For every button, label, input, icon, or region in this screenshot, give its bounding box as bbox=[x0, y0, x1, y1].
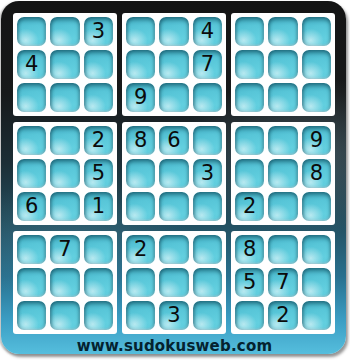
box-r2c1: 2561 bbox=[13, 122, 117, 225]
box-r2c3: 982 bbox=[231, 122, 335, 225]
cell-r9c3[interactable] bbox=[84, 301, 113, 330]
cell-r6c1[interactable]: 6 bbox=[17, 192, 46, 221]
cell-r2c8[interactable] bbox=[268, 50, 297, 79]
cell-r7c7[interactable]: 8 bbox=[235, 235, 264, 264]
cell-r2c1[interactable]: 4 bbox=[17, 50, 46, 79]
box-r2c2: 863 bbox=[122, 122, 226, 225]
cell-r6c4[interactable] bbox=[126, 192, 155, 221]
cell-r6c2[interactable] bbox=[50, 192, 79, 221]
cell-r3c1[interactable] bbox=[17, 83, 46, 112]
cell-r4c1[interactable] bbox=[17, 126, 46, 155]
cell-r9c9[interactable] bbox=[302, 301, 331, 330]
cell-r8c1[interactable] bbox=[17, 268, 46, 297]
cell-r1c3[interactable]: 3 bbox=[84, 17, 113, 46]
cell-r1c9[interactable] bbox=[302, 17, 331, 46]
cell-r5c6[interactable]: 3 bbox=[193, 159, 222, 188]
cell-r3c7[interactable] bbox=[235, 83, 264, 112]
cell-r4c3[interactable]: 2 bbox=[84, 126, 113, 155]
cell-r1c2[interactable] bbox=[50, 17, 79, 46]
cell-r8c7[interactable]: 5 bbox=[235, 268, 264, 297]
cell-r4c5[interactable]: 6 bbox=[159, 126, 188, 155]
cell-r8c2[interactable] bbox=[50, 268, 79, 297]
cell-r3c3[interactable] bbox=[84, 83, 113, 112]
cell-r8c5[interactable] bbox=[159, 268, 188, 297]
cell-r9c6[interactable] bbox=[193, 301, 222, 330]
cell-r7c9[interactable] bbox=[302, 235, 331, 264]
cell-r8c9[interactable] bbox=[302, 268, 331, 297]
box-r3c2: 23 bbox=[122, 231, 226, 334]
cell-r2c4[interactable] bbox=[126, 50, 155, 79]
cell-r7c2[interactable]: 7 bbox=[50, 235, 79, 264]
cell-r6c6[interactable] bbox=[193, 192, 222, 221]
cell-r5c3[interactable]: 5 bbox=[84, 159, 113, 188]
cell-r7c5[interactable] bbox=[159, 235, 188, 264]
cell-r8c8[interactable]: 7 bbox=[268, 268, 297, 297]
cell-r6c5[interactable] bbox=[159, 192, 188, 221]
cell-r3c4[interactable]: 9 bbox=[126, 83, 155, 112]
cell-r2c3[interactable] bbox=[84, 50, 113, 79]
cell-r4c7[interactable] bbox=[235, 126, 264, 155]
cell-r2c6[interactable]: 7 bbox=[193, 50, 222, 79]
cell-r5c4[interactable] bbox=[126, 159, 155, 188]
cell-r1c4[interactable] bbox=[126, 17, 155, 46]
cell-r2c9[interactable] bbox=[302, 50, 331, 79]
cell-r7c3[interactable] bbox=[84, 235, 113, 264]
cell-r2c2[interactable] bbox=[50, 50, 79, 79]
cell-r7c6[interactable] bbox=[193, 235, 222, 264]
cell-r3c6[interactable] bbox=[193, 83, 222, 112]
box-r3c3: 8572 bbox=[231, 231, 335, 334]
cell-r7c8[interactable] bbox=[268, 235, 297, 264]
cell-r5c7[interactable] bbox=[235, 159, 264, 188]
site-url[interactable]: www.sudokusweb.com bbox=[1, 337, 348, 355]
cell-r4c2[interactable] bbox=[50, 126, 79, 155]
cell-r5c9[interactable]: 8 bbox=[302, 159, 331, 188]
cell-r3c5[interactable] bbox=[159, 83, 188, 112]
board: 3447925618639827238572 bbox=[13, 13, 335, 334]
cell-r9c5[interactable]: 3 bbox=[159, 301, 188, 330]
cell-r6c9[interactable] bbox=[302, 192, 331, 221]
cell-r3c8[interactable] bbox=[268, 83, 297, 112]
cell-r4c9[interactable]: 9 bbox=[302, 126, 331, 155]
sudoku-app: 3447925618639827238572 www.sudokusweb.co… bbox=[0, 0, 350, 360]
cell-r6c3[interactable]: 1 bbox=[84, 192, 113, 221]
cell-r5c2[interactable] bbox=[50, 159, 79, 188]
cell-r1c5[interactable] bbox=[159, 17, 188, 46]
cell-r6c8[interactable] bbox=[268, 192, 297, 221]
cell-r8c6[interactable] bbox=[193, 268, 222, 297]
cell-r3c9[interactable] bbox=[302, 83, 331, 112]
cell-r1c1[interactable] bbox=[17, 17, 46, 46]
board-frame: 3447925618639827238572 www.sudokusweb.co… bbox=[1, 1, 346, 354]
cell-r4c4[interactable]: 8 bbox=[126, 126, 155, 155]
cell-r1c7[interactable] bbox=[235, 17, 264, 46]
box-r1c2: 479 bbox=[122, 13, 226, 116]
cell-r5c8[interactable] bbox=[268, 159, 297, 188]
cell-r9c4[interactable] bbox=[126, 301, 155, 330]
cell-r7c1[interactable] bbox=[17, 235, 46, 264]
cell-r4c8[interactable] bbox=[268, 126, 297, 155]
box-r1c1: 34 bbox=[13, 13, 117, 116]
box-r1c3 bbox=[231, 13, 335, 116]
cell-r4c6[interactable] bbox=[193, 126, 222, 155]
cell-r9c1[interactable] bbox=[17, 301, 46, 330]
cell-r6c7[interactable]: 2 bbox=[235, 192, 264, 221]
cell-r8c3[interactable] bbox=[84, 268, 113, 297]
cell-r2c5[interactable] bbox=[159, 50, 188, 79]
cell-r5c1[interactable] bbox=[17, 159, 46, 188]
cell-r9c2[interactable] bbox=[50, 301, 79, 330]
cell-r9c7[interactable] bbox=[235, 301, 264, 330]
cell-r2c7[interactable] bbox=[235, 50, 264, 79]
cell-r1c8[interactable] bbox=[268, 17, 297, 46]
cell-r5c5[interactable] bbox=[159, 159, 188, 188]
cell-r7c4[interactable]: 2 bbox=[126, 235, 155, 264]
cell-r1c6[interactable]: 4 bbox=[193, 17, 222, 46]
cell-r9c8[interactable]: 2 bbox=[268, 301, 297, 330]
box-r3c1: 7 bbox=[13, 231, 117, 334]
cell-r3c2[interactable] bbox=[50, 83, 79, 112]
cell-r8c4[interactable] bbox=[126, 268, 155, 297]
